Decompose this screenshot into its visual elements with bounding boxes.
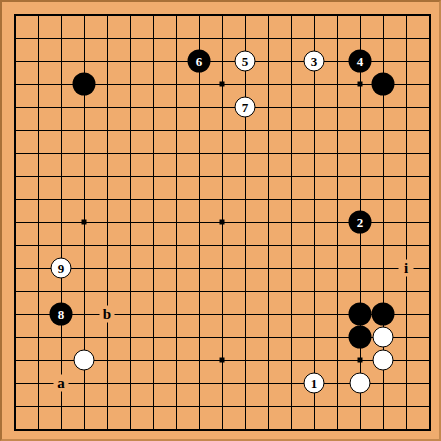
move-number: 3 xyxy=(311,55,318,68)
star-point xyxy=(358,82,363,87)
move-number: 4 xyxy=(357,55,364,68)
move-number: 8 xyxy=(58,308,65,321)
point-label-a[interactable]: a xyxy=(54,375,69,392)
black-stone[interactable] xyxy=(73,73,96,96)
white-stone[interactable] xyxy=(74,350,95,371)
black-stone-move-2[interactable]: 2 xyxy=(349,211,372,234)
star-point xyxy=(220,82,225,87)
point-label-i[interactable]: i xyxy=(399,260,414,277)
white-stone-move-7[interactable]: 7 xyxy=(235,97,256,118)
move-number: 7 xyxy=(242,101,249,114)
black-stone-move-8[interactable]: 8 xyxy=(50,303,73,326)
move-number: 9 xyxy=(58,262,65,275)
go-board[interactable]: abi653472981 xyxy=(0,0,441,441)
black-stone[interactable] xyxy=(349,326,372,349)
white-stone-move-9[interactable]: 9 xyxy=(51,258,72,279)
point-label-b[interactable]: b xyxy=(100,306,115,323)
black-stone[interactable] xyxy=(372,73,395,96)
black-stone-move-4[interactable]: 4 xyxy=(349,50,372,73)
black-stone-move-6[interactable]: 6 xyxy=(188,50,211,73)
star-point xyxy=(220,220,225,225)
white-stone-move-3[interactable]: 3 xyxy=(304,51,325,72)
move-number: 1 xyxy=(311,377,318,390)
move-number: 6 xyxy=(196,55,203,68)
black-stone[interactable] xyxy=(349,303,372,326)
white-stone-move-5[interactable]: 5 xyxy=(235,51,256,72)
star-point xyxy=(358,358,363,363)
star-point xyxy=(220,358,225,363)
move-number: 5 xyxy=(242,55,249,68)
move-number: 2 xyxy=(357,216,364,229)
black-stone[interactable] xyxy=(372,303,395,326)
star-point xyxy=(82,220,87,225)
white-stone-move-1[interactable]: 1 xyxy=(304,373,325,394)
white-stone[interactable] xyxy=(350,373,371,394)
white-stone[interactable] xyxy=(373,327,394,348)
white-stone[interactable] xyxy=(373,350,394,371)
